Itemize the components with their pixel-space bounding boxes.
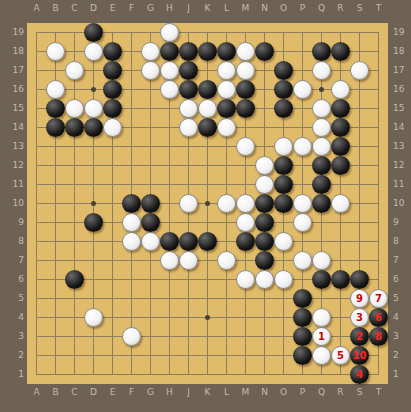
white-stone-O8[interactable] bbox=[274, 232, 293, 251]
white-stone-S5[interactable]: 9 bbox=[350, 289, 369, 308]
black-stone-E15[interactable] bbox=[103, 99, 122, 118]
black-stone-S1[interactable]: 4 bbox=[350, 365, 369, 384]
white-stone-O13[interactable] bbox=[274, 137, 293, 156]
coord-label: 5 bbox=[389, 289, 411, 308]
coord-label: 14 bbox=[389, 118, 411, 137]
coord-label: 17 bbox=[389, 61, 411, 80]
coord-label: H bbox=[160, 3, 179, 13]
coord-label: L bbox=[217, 387, 236, 397]
move-number: 7 bbox=[375, 294, 382, 304]
white-stone-Q7[interactable] bbox=[312, 251, 331, 270]
coord-label: 1 bbox=[3, 365, 24, 384]
coord-label: 3 bbox=[389, 327, 411, 346]
coord-label: 10 bbox=[3, 194, 24, 213]
white-stone-D15[interactable] bbox=[84, 99, 103, 118]
move-number: 1 bbox=[318, 332, 325, 342]
black-stone-J16[interactable] bbox=[179, 80, 198, 99]
black-stone-Q18[interactable] bbox=[312, 42, 331, 61]
coord-label: 3 bbox=[3, 327, 24, 346]
white-stone-L14[interactable] bbox=[217, 118, 236, 137]
black-stone-H8[interactable] bbox=[160, 232, 179, 251]
black-stone-S3[interactable]: 2 bbox=[350, 327, 369, 346]
black-stone-K16[interactable] bbox=[198, 80, 217, 99]
white-stone-R2[interactable]: 5 bbox=[331, 346, 350, 365]
coord-label: 13 bbox=[389, 137, 411, 156]
black-stone-Q11[interactable] bbox=[312, 175, 331, 194]
white-stone-M10[interactable] bbox=[236, 194, 255, 213]
coord-label: T bbox=[369, 3, 388, 13]
coord-label: 19 bbox=[389, 23, 411, 42]
coord-label: 15 bbox=[389, 99, 411, 118]
coord-label: M bbox=[236, 387, 255, 397]
star-point bbox=[91, 201, 96, 206]
black-stone-G9[interactable] bbox=[141, 213, 160, 232]
star-point bbox=[205, 315, 210, 320]
coord-label: 16 bbox=[389, 80, 411, 99]
black-stone-M16[interactable] bbox=[236, 80, 255, 99]
white-stone-P10[interactable] bbox=[293, 194, 312, 213]
coord-label: P bbox=[293, 3, 312, 13]
white-stone-C15[interactable] bbox=[65, 99, 84, 118]
coord-label: D bbox=[84, 387, 103, 397]
black-stone-N8[interactable] bbox=[255, 232, 274, 251]
white-stone-Q15[interactable] bbox=[312, 99, 331, 118]
black-stone-R14[interactable] bbox=[331, 118, 350, 137]
white-stone-R10[interactable] bbox=[331, 194, 350, 213]
white-stone-H19[interactable] bbox=[160, 23, 179, 42]
white-stone-L10[interactable] bbox=[217, 194, 236, 213]
coord-label: A bbox=[27, 387, 46, 397]
coord-label: 13 bbox=[3, 137, 24, 156]
coord-label: 2 bbox=[389, 346, 411, 365]
black-stone-Q6[interactable] bbox=[312, 270, 331, 289]
black-stone-O16[interactable] bbox=[274, 80, 293, 99]
black-stone-C6[interactable] bbox=[65, 270, 84, 289]
white-stone-M18[interactable] bbox=[236, 42, 255, 61]
coord-label: E bbox=[103, 3, 122, 13]
coord-label: R bbox=[331, 387, 350, 397]
coord-label: H bbox=[160, 387, 179, 397]
black-stone-C14[interactable] bbox=[65, 118, 84, 137]
black-stone-L15[interactable] bbox=[217, 99, 236, 118]
white-stone-N6[interactable] bbox=[255, 270, 274, 289]
go-app-frame: 97361285104 AABBCCDDEEFFGGHHJJKKLLMMNNOO… bbox=[0, 0, 411, 412]
black-stone-J18[interactable] bbox=[179, 42, 198, 61]
coord-label: O bbox=[274, 3, 293, 13]
black-stone-K18[interactable] bbox=[198, 42, 217, 61]
black-stone-N9[interactable] bbox=[255, 213, 274, 232]
coord-label: Q bbox=[312, 3, 331, 13]
coord-label: 4 bbox=[3, 308, 24, 327]
coord-label: G bbox=[141, 3, 160, 13]
white-stone-J14[interactable] bbox=[179, 118, 198, 137]
coord-label: 17 bbox=[3, 61, 24, 80]
white-stone-S4[interactable]: 3 bbox=[350, 308, 369, 327]
black-stone-R18[interactable] bbox=[331, 42, 350, 61]
move-number: 10 bbox=[353, 351, 367, 361]
coord-label: F bbox=[122, 3, 141, 13]
coord-label: 6 bbox=[3, 270, 24, 289]
white-stone-L7[interactable] bbox=[217, 251, 236, 270]
white-stone-S17[interactable] bbox=[350, 61, 369, 80]
coord-label: N bbox=[255, 387, 274, 397]
black-stone-S6[interactable] bbox=[350, 270, 369, 289]
coord-label: D bbox=[84, 3, 103, 13]
black-stone-J17[interactable] bbox=[179, 61, 198, 80]
white-stone-P13[interactable] bbox=[293, 137, 312, 156]
white-stone-O6[interactable] bbox=[274, 270, 293, 289]
white-stone-C17[interactable] bbox=[65, 61, 84, 80]
white-stone-Q4[interactable] bbox=[312, 308, 331, 327]
black-stone-Q12[interactable] bbox=[312, 156, 331, 175]
white-stone-L17[interactable] bbox=[217, 61, 236, 80]
white-stone-D4[interactable] bbox=[84, 308, 103, 327]
coord-label: F bbox=[122, 387, 141, 397]
white-stone-Q2[interactable] bbox=[312, 346, 331, 365]
move-number: 9 bbox=[356, 294, 363, 304]
white-stone-B18[interactable] bbox=[46, 42, 65, 61]
black-stone-N10[interactable] bbox=[255, 194, 274, 213]
white-stone-J7[interactable] bbox=[179, 251, 198, 270]
coord-label: 2 bbox=[3, 346, 24, 365]
white-stone-Q13[interactable] bbox=[312, 137, 331, 156]
black-stone-K8[interactable] bbox=[198, 232, 217, 251]
white-stone-P7[interactable] bbox=[293, 251, 312, 270]
coord-label: A bbox=[27, 3, 46, 13]
black-stone-D14[interactable] bbox=[84, 118, 103, 137]
coord-label: 4 bbox=[389, 308, 411, 327]
black-stone-D19[interactable] bbox=[84, 23, 103, 42]
white-stone-Q17[interactable] bbox=[312, 61, 331, 80]
coord-label: 7 bbox=[389, 251, 411, 270]
black-stone-O11[interactable] bbox=[274, 175, 293, 194]
coord-label: 6 bbox=[389, 270, 411, 289]
black-stone-O15[interactable] bbox=[274, 99, 293, 118]
black-stone-J8[interactable] bbox=[179, 232, 198, 251]
black-stone-B14[interactable] bbox=[46, 118, 65, 137]
star-point bbox=[91, 87, 96, 92]
black-stone-N18[interactable] bbox=[255, 42, 274, 61]
white-stone-F8[interactable] bbox=[122, 232, 141, 251]
coord-label: K bbox=[198, 387, 217, 397]
white-stone-R16[interactable] bbox=[331, 80, 350, 99]
black-stone-O12[interactable] bbox=[274, 156, 293, 175]
white-stone-F9[interactable] bbox=[122, 213, 141, 232]
move-number: 2 bbox=[356, 332, 363, 342]
coord-label: J bbox=[179, 387, 198, 397]
white-stone-N11[interactable] bbox=[255, 175, 274, 194]
black-stone-B15[interactable] bbox=[46, 99, 65, 118]
coord-label: 10 bbox=[389, 194, 411, 213]
white-stone-F3[interactable] bbox=[122, 327, 141, 346]
black-stone-M8[interactable] bbox=[236, 232, 255, 251]
coord-label: C bbox=[65, 387, 84, 397]
black-stone-P4[interactable] bbox=[293, 308, 312, 327]
move-number: 5 bbox=[337, 351, 344, 361]
black-stone-T4[interactable]: 6 bbox=[369, 308, 388, 327]
coord-label: 5 bbox=[3, 289, 24, 308]
coord-label: 11 bbox=[389, 175, 411, 194]
coord-label: 1 bbox=[389, 365, 411, 384]
black-stone-L18[interactable] bbox=[217, 42, 236, 61]
black-stone-P5[interactable] bbox=[293, 289, 312, 308]
white-stone-P16[interactable] bbox=[293, 80, 312, 99]
coord-label: 14 bbox=[3, 118, 24, 137]
coord-label: 18 bbox=[3, 42, 24, 61]
white-stone-M9[interactable] bbox=[236, 213, 255, 232]
coord-label: C bbox=[65, 3, 84, 13]
coord-label: P bbox=[293, 387, 312, 397]
white-stone-G17[interactable] bbox=[141, 61, 160, 80]
black-stone-S2[interactable]: 10 bbox=[350, 346, 369, 365]
white-stone-H17[interactable] bbox=[160, 61, 179, 80]
white-stone-Q3[interactable]: 1 bbox=[312, 327, 331, 346]
coord-label: 18 bbox=[389, 42, 411, 61]
white-stone-P9[interactable] bbox=[293, 213, 312, 232]
coord-label: 12 bbox=[3, 156, 24, 175]
coord-label: B bbox=[46, 3, 65, 13]
coord-label: N bbox=[255, 3, 274, 13]
white-stone-Q14[interactable] bbox=[312, 118, 331, 137]
coord-label: K bbox=[198, 3, 217, 13]
coord-label: B bbox=[46, 387, 65, 397]
white-stone-H16[interactable] bbox=[160, 80, 179, 99]
star-point bbox=[319, 87, 324, 92]
coord-label: 8 bbox=[389, 232, 411, 251]
black-stone-Q10[interactable] bbox=[312, 194, 331, 213]
black-stone-E18[interactable] bbox=[103, 42, 122, 61]
coord-label: Q bbox=[312, 387, 331, 397]
move-number: 8 bbox=[375, 332, 382, 342]
coord-label: 8 bbox=[3, 232, 24, 251]
coord-label: J bbox=[179, 3, 198, 13]
coord-label: T bbox=[369, 387, 388, 397]
white-stone-M6[interactable] bbox=[236, 270, 255, 289]
move-number: 6 bbox=[375, 313, 382, 323]
black-stone-R13[interactable] bbox=[331, 137, 350, 156]
white-stone-M17[interactable] bbox=[236, 61, 255, 80]
coord-label: G bbox=[141, 387, 160, 397]
white-stone-E14[interactable] bbox=[103, 118, 122, 137]
black-stone-R6[interactable] bbox=[331, 270, 350, 289]
white-stone-G18[interactable] bbox=[141, 42, 160, 61]
star-point bbox=[205, 201, 210, 206]
black-stone-E17[interactable] bbox=[103, 61, 122, 80]
go-board[interactable]: 97361285104 bbox=[27, 23, 388, 384]
black-stone-P2[interactable] bbox=[293, 346, 312, 365]
black-stone-R15[interactable] bbox=[331, 99, 350, 118]
white-stone-D18[interactable] bbox=[84, 42, 103, 61]
white-stone-L16[interactable] bbox=[217, 80, 236, 99]
black-stone-O10[interactable] bbox=[274, 194, 293, 213]
coord-label: M bbox=[236, 3, 255, 13]
move-number: 3 bbox=[356, 313, 363, 323]
white-stone-M13[interactable] bbox=[236, 137, 255, 156]
white-stone-G8[interactable] bbox=[141, 232, 160, 251]
white-stone-J10[interactable] bbox=[179, 194, 198, 213]
coord-label: 12 bbox=[389, 156, 411, 175]
black-stone-R12[interactable] bbox=[331, 156, 350, 175]
black-stone-K14[interactable] bbox=[198, 118, 217, 137]
coord-label: S bbox=[350, 3, 369, 13]
black-stone-T3[interactable]: 8 bbox=[369, 327, 388, 346]
coord-label: E bbox=[103, 387, 122, 397]
black-stone-M15[interactable] bbox=[236, 99, 255, 118]
coord-label: O bbox=[274, 387, 293, 397]
coord-label: 7 bbox=[3, 251, 24, 270]
white-stone-K15[interactable] bbox=[198, 99, 217, 118]
coord-label: L bbox=[217, 3, 236, 13]
black-stone-N7[interactable] bbox=[255, 251, 274, 270]
black-stone-G10[interactable] bbox=[141, 194, 160, 213]
black-stone-P3[interactable] bbox=[293, 327, 312, 346]
coord-label: 9 bbox=[389, 213, 411, 232]
move-number: 4 bbox=[356, 370, 363, 380]
black-stone-H18[interactable] bbox=[160, 42, 179, 61]
white-stone-B16[interactable] bbox=[46, 80, 65, 99]
coord-label: R bbox=[331, 3, 350, 13]
black-stone-O17[interactable] bbox=[274, 61, 293, 80]
black-stone-E16[interactable] bbox=[103, 80, 122, 99]
white-stone-J15[interactable] bbox=[179, 99, 198, 118]
coord-label: 19 bbox=[3, 23, 24, 42]
coord-label: 15 bbox=[3, 99, 24, 118]
coord-label: 9 bbox=[3, 213, 24, 232]
black-stone-D9[interactable] bbox=[84, 213, 103, 232]
coord-label: 16 bbox=[3, 80, 24, 99]
white-stone-N12[interactable] bbox=[255, 156, 274, 175]
black-stone-F10[interactable] bbox=[122, 194, 141, 213]
coord-label: S bbox=[350, 387, 369, 397]
white-stone-H7[interactable] bbox=[160, 251, 179, 270]
coord-label: 11 bbox=[3, 175, 24, 194]
white-stone-T5[interactable]: 7 bbox=[369, 289, 388, 308]
